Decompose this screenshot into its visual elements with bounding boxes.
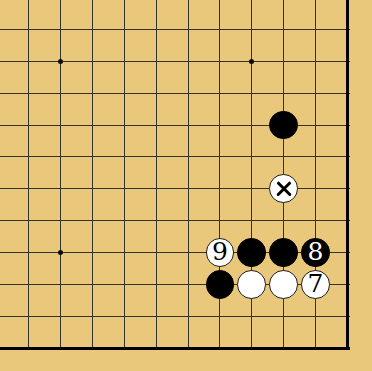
black-stone-S4: 8 bbox=[301, 238, 330, 267]
black-stone-R8 bbox=[269, 111, 298, 140]
board-point-R3 bbox=[268, 268, 300, 300]
move-number-label: 8 bbox=[308, 239, 324, 264]
stones-layer: 987 bbox=[13, 13, 364, 364]
board-point-Q3 bbox=[236, 268, 268, 300]
white-stone-S3: 7 bbox=[301, 270, 330, 299]
board-point-P3 bbox=[204, 268, 236, 300]
black-stone-P3 bbox=[206, 270, 235, 299]
black-stone-R4 bbox=[269, 238, 298, 267]
move-number-label: 9 bbox=[212, 239, 228, 264]
white-stone-Q3 bbox=[237, 270, 266, 299]
black-stone-Q4 bbox=[237, 238, 266, 267]
board-point-P4: 9 bbox=[204, 237, 236, 269]
board-point-Q4 bbox=[236, 237, 268, 269]
board-point-R6 bbox=[268, 173, 300, 205]
move-number-label: 7 bbox=[308, 271, 324, 296]
board-point-R4 bbox=[268, 237, 300, 269]
white-stone-R3 bbox=[269, 270, 298, 299]
board-point-R8 bbox=[268, 109, 300, 141]
board-point-S3: 7 bbox=[300, 268, 332, 300]
white-stone-R6-marked bbox=[269, 174, 298, 203]
board-point-S4: 8 bbox=[300, 237, 332, 269]
white-stone-P4: 9 bbox=[206, 238, 235, 267]
go-board: 987 bbox=[0, 0, 372, 371]
